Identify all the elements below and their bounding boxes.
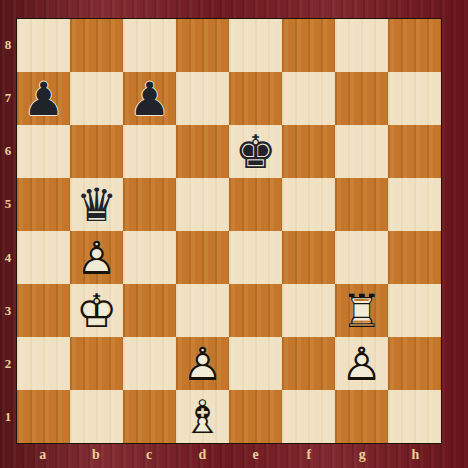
square-f1[interactable] <box>282 390 335 443</box>
file-label-c: c <box>123 443 176 467</box>
square-d1[interactable]: ♝♗ <box>176 390 229 443</box>
file-label-h: h <box>389 443 442 467</box>
chess-board: ♟♟♚♛♟♙♚♔♜♖♟♙♟♙♝♗ <box>16 18 442 444</box>
piece-white-bishop[interactable]: ♝♗ <box>176 390 229 443</box>
square-c2[interactable] <box>123 337 176 390</box>
square-g4[interactable] <box>335 231 388 284</box>
rank-label-2: 2 <box>0 338 16 391</box>
square-d2[interactable]: ♟♙ <box>176 337 229 390</box>
square-e7[interactable] <box>229 72 282 125</box>
square-g8[interactable] <box>335 19 388 72</box>
file-labels: abcdefgh <box>16 443 442 467</box>
file-label-b: b <box>69 443 122 467</box>
rank-label-8: 8 <box>0 18 16 71</box>
piece-outline: ♙ <box>176 337 229 390</box>
square-g6[interactable] <box>335 125 388 178</box>
square-f8[interactable] <box>282 19 335 72</box>
rank-label-7: 7 <box>0 71 16 124</box>
square-c3[interactable] <box>123 284 176 337</box>
square-f5[interactable] <box>282 178 335 231</box>
square-f3[interactable] <box>282 284 335 337</box>
file-label-e: e <box>229 443 282 467</box>
piece-fill: ♟ <box>17 72 70 125</box>
rank-labels: 87654321 <box>0 18 16 444</box>
square-h2[interactable] <box>388 337 441 390</box>
piece-outline: ♙ <box>335 337 388 390</box>
square-a4[interactable] <box>17 231 70 284</box>
square-g3[interactable]: ♜♖ <box>335 284 388 337</box>
square-b6[interactable] <box>70 125 123 178</box>
square-e2[interactable] <box>229 337 282 390</box>
square-b1[interactable] <box>70 390 123 443</box>
square-g5[interactable] <box>335 178 388 231</box>
rank-label-1: 1 <box>0 391 16 444</box>
rank-label-5: 5 <box>0 178 16 231</box>
square-d7[interactable] <box>176 72 229 125</box>
piece-fill: ♚ <box>229 125 282 178</box>
square-f4[interactable] <box>282 231 335 284</box>
square-d3[interactable] <box>176 284 229 337</box>
piece-outline: ♙ <box>70 231 123 284</box>
square-c5[interactable] <box>123 178 176 231</box>
piece-outline: ♗ <box>176 390 229 443</box>
square-d6[interactable] <box>176 125 229 178</box>
square-b7[interactable] <box>70 72 123 125</box>
square-g7[interactable] <box>335 72 388 125</box>
rank-label-6: 6 <box>0 125 16 178</box>
piece-black-pawn[interactable]: ♟ <box>17 72 70 125</box>
piece-black-queen[interactable]: ♛ <box>70 178 123 231</box>
square-a7[interactable]: ♟ <box>17 72 70 125</box>
square-c6[interactable] <box>123 125 176 178</box>
square-h8[interactable] <box>388 19 441 72</box>
square-g2[interactable]: ♟♙ <box>335 337 388 390</box>
square-c8[interactable] <box>123 19 176 72</box>
square-e8[interactable] <box>229 19 282 72</box>
square-a3[interactable] <box>17 284 70 337</box>
square-h7[interactable] <box>388 72 441 125</box>
square-f7[interactable] <box>282 72 335 125</box>
square-h1[interactable] <box>388 390 441 443</box>
piece-outline: ♖ <box>335 284 388 337</box>
square-b4[interactable]: ♟♙ <box>70 231 123 284</box>
square-h4[interactable] <box>388 231 441 284</box>
piece-white-pawn[interactable]: ♟♙ <box>335 337 388 390</box>
square-a5[interactable] <box>17 178 70 231</box>
square-h3[interactable] <box>388 284 441 337</box>
piece-white-rook[interactable]: ♜♖ <box>335 284 388 337</box>
square-a1[interactable] <box>17 390 70 443</box>
square-e6[interactable]: ♚ <box>229 125 282 178</box>
piece-black-pawn[interactable]: ♟ <box>123 72 176 125</box>
square-f2[interactable] <box>282 337 335 390</box>
square-e1[interactable] <box>229 390 282 443</box>
file-label-f: f <box>282 443 335 467</box>
board-frame: 87654321 ♟♟♚♛♟♙♚♔♜♖♟♙♟♙♝♗ abcdefgh <box>0 0 468 468</box>
square-b2[interactable] <box>70 337 123 390</box>
file-label-a: a <box>16 443 69 467</box>
piece-black-king[interactable]: ♚ <box>229 125 282 178</box>
square-h5[interactable] <box>388 178 441 231</box>
piece-outline: ♔ <box>70 284 123 337</box>
piece-white-pawn[interactable]: ♟♙ <box>70 231 123 284</box>
piece-fill: ♛ <box>70 178 123 231</box>
square-d8[interactable] <box>176 19 229 72</box>
square-e3[interactable] <box>229 284 282 337</box>
square-h6[interactable] <box>388 125 441 178</box>
square-d5[interactable] <box>176 178 229 231</box>
square-a2[interactable] <box>17 337 70 390</box>
square-c1[interactable] <box>123 390 176 443</box>
square-f6[interactable] <box>282 125 335 178</box>
rank-label-4: 4 <box>0 231 16 284</box>
square-b8[interactable] <box>70 19 123 72</box>
square-d4[interactable] <box>176 231 229 284</box>
piece-white-king[interactable]: ♚♔ <box>70 284 123 337</box>
rank-label-3: 3 <box>0 284 16 337</box>
square-e5[interactable] <box>229 178 282 231</box>
file-label-d: d <box>176 443 229 467</box>
square-c7[interactable]: ♟ <box>123 72 176 125</box>
square-a8[interactable] <box>17 19 70 72</box>
file-label-g: g <box>336 443 389 467</box>
piece-white-pawn[interactable]: ♟♙ <box>176 337 229 390</box>
square-c4[interactable] <box>123 231 176 284</box>
square-b3[interactable]: ♚♔ <box>70 284 123 337</box>
square-a6[interactable] <box>17 125 70 178</box>
square-e4[interactable] <box>229 231 282 284</box>
square-b5[interactable]: ♛ <box>70 178 123 231</box>
piece-fill: ♟ <box>123 72 176 125</box>
square-g1[interactable] <box>335 390 388 443</box>
